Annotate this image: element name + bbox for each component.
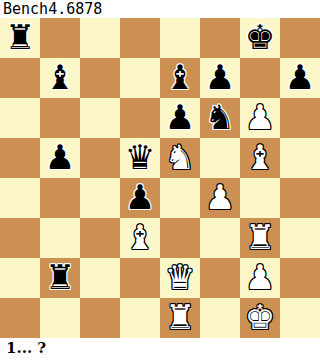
square-e8[interactable] — [160, 18, 200, 58]
black-king: ♚ — [245, 18, 275, 57]
black-rook: ♜ — [45, 258, 75, 297]
square-a6[interactable] — [0, 98, 40, 138]
black-pawn: ♟ — [45, 138, 75, 177]
move-prompt: 1... ? — [0, 338, 320, 360]
square-e6[interactable]: ♟ — [160, 98, 200, 138]
square-a1[interactable] — [0, 298, 40, 338]
square-a5[interactable] — [0, 138, 40, 178]
square-e3[interactable] — [160, 218, 200, 258]
square-e7[interactable]: ♝ — [160, 58, 200, 98]
white-pawn: ♟ — [245, 98, 275, 137]
square-h5[interactable] — [280, 138, 320, 178]
square-d2[interactable] — [120, 258, 160, 298]
square-g6[interactable]: ♟ — [240, 98, 280, 138]
white-pawn: ♟ — [245, 258, 275, 297]
white-rook: ♜ — [245, 218, 275, 257]
square-g4[interactable] — [240, 178, 280, 218]
square-h6[interactable] — [280, 98, 320, 138]
square-f3[interactable] — [200, 218, 240, 258]
square-b1[interactable] — [40, 298, 80, 338]
black-pawn: ♟ — [165, 98, 195, 137]
black-pawn: ♟ — [205, 58, 235, 97]
page-title: Bench4.6878 — [0, 0, 320, 18]
black-knight: ♞ — [205, 98, 235, 137]
square-d1[interactable] — [120, 298, 160, 338]
white-queen: ♛ — [165, 258, 195, 297]
square-c8[interactable] — [80, 18, 120, 58]
square-h3[interactable] — [280, 218, 320, 258]
square-a2[interactable] — [0, 258, 40, 298]
square-b6[interactable] — [40, 98, 80, 138]
white-pawn: ♟ — [205, 178, 235, 217]
black-bishop: ♝ — [165, 58, 195, 97]
square-c3[interactable] — [80, 218, 120, 258]
square-b5[interactable]: ♟ — [40, 138, 80, 178]
square-b3[interactable] — [40, 218, 80, 258]
square-f1[interactable] — [200, 298, 240, 338]
white-knight: ♞ — [165, 138, 195, 177]
square-f6[interactable]: ♞ — [200, 98, 240, 138]
square-d5[interactable]: ♛ — [120, 138, 160, 178]
square-g1[interactable]: ♚ — [240, 298, 280, 338]
white-rook: ♜ — [165, 298, 195, 337]
black-rook: ♜ — [5, 18, 35, 57]
square-c6[interactable] — [80, 98, 120, 138]
square-b7[interactable]: ♝ — [40, 58, 80, 98]
square-g5[interactable]: ♝ — [240, 138, 280, 178]
white-king: ♚ — [245, 298, 275, 337]
black-queen: ♛ — [125, 138, 155, 177]
square-h2[interactable] — [280, 258, 320, 298]
square-e1[interactable]: ♜ — [160, 298, 200, 338]
square-d8[interactable] — [120, 18, 160, 58]
square-b2[interactable]: ♜ — [40, 258, 80, 298]
square-c1[interactable] — [80, 298, 120, 338]
square-g2[interactable]: ♟ — [240, 258, 280, 298]
black-pawn: ♟ — [125, 178, 155, 217]
square-c5[interactable] — [80, 138, 120, 178]
white-bishop: ♝ — [125, 218, 155, 257]
square-h4[interactable] — [280, 178, 320, 218]
square-g7[interactable] — [240, 58, 280, 98]
square-g8[interactable]: ♚ — [240, 18, 280, 58]
square-f5[interactable] — [200, 138, 240, 178]
square-e2[interactable]: ♛ — [160, 258, 200, 298]
square-c2[interactable] — [80, 258, 120, 298]
square-e4[interactable] — [160, 178, 200, 218]
square-c7[interactable] — [80, 58, 120, 98]
square-h7[interactable]: ♟ — [280, 58, 320, 98]
square-a4[interactable] — [0, 178, 40, 218]
square-b8[interactable] — [40, 18, 80, 58]
black-bishop: ♝ — [45, 58, 75, 97]
square-d6[interactable] — [120, 98, 160, 138]
square-h1[interactable] — [280, 298, 320, 338]
black-pawn: ♟ — [285, 58, 315, 97]
white-bishop: ♝ — [245, 138, 275, 177]
square-a7[interactable] — [0, 58, 40, 98]
chess-board: ♜♚♝♝♟♟♟♞♟♟♛♞♝♟♟♝♜♜♛♟♜♚ — [0, 18, 320, 338]
chess-diagram-window: Bench4.6878 ♜♚♝♝♟♟♟♞♟♟♛♞♝♟♟♝♜♜♛♟♜♚ 1... … — [0, 0, 320, 360]
square-a3[interactable] — [0, 218, 40, 258]
square-b4[interactable] — [40, 178, 80, 218]
square-f2[interactable] — [200, 258, 240, 298]
square-e5[interactable]: ♞ — [160, 138, 200, 178]
square-c4[interactable] — [80, 178, 120, 218]
square-g3[interactable]: ♜ — [240, 218, 280, 258]
square-a8[interactable]: ♜ — [0, 18, 40, 58]
square-h8[interactable] — [280, 18, 320, 58]
square-d4[interactable]: ♟ — [120, 178, 160, 218]
square-f8[interactable] — [200, 18, 240, 58]
square-d7[interactable] — [120, 58, 160, 98]
square-f4[interactable]: ♟ — [200, 178, 240, 218]
square-f7[interactable]: ♟ — [200, 58, 240, 98]
square-d3[interactable]: ♝ — [120, 218, 160, 258]
